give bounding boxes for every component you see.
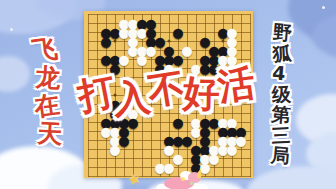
white-stone: ● bbox=[138, 55, 147, 64]
sparkle-icon bbox=[10, 28, 13, 31]
caption-char: 在 bbox=[33, 90, 62, 120]
left-caption-text: 飞龙在天 bbox=[32, 36, 61, 148]
cloud-bottom-right bbox=[246, 166, 336, 189]
caption-char: 龙 bbox=[35, 63, 61, 91]
cloud-left bbox=[0, 56, 30, 92]
caption-char: 三 bbox=[271, 124, 291, 145]
white-stone: ● bbox=[111, 145, 120, 154]
caption-char: 天 bbox=[37, 119, 63, 147]
caption-char: 4 bbox=[272, 62, 293, 84]
white-stone: ● bbox=[228, 145, 237, 154]
black-stone: ● bbox=[174, 118, 183, 127]
caption-char: 狐 bbox=[272, 42, 292, 63]
sparkle-icon bbox=[197, 174, 201, 178]
sparkle-icon bbox=[322, 6, 325, 9]
caption-char: 不 bbox=[144, 63, 186, 118]
black-stone: ● bbox=[102, 37, 111, 46]
white-stone: ● bbox=[165, 163, 174, 172]
caption-char: 活 bbox=[215, 58, 257, 112]
right-caption-text: 野狐4级第三局 bbox=[271, 22, 293, 166]
sparkle-icon bbox=[190, 182, 193, 185]
caption-char: 局 bbox=[270, 144, 291, 166]
caption-char: 第 bbox=[271, 103, 292, 125]
video-thumbnail: ●●●●●●●●●●●●●●●●●●●●●●●●●●●●●●●●●●●●●●●●… bbox=[0, 0, 336, 189]
black-stone: ● bbox=[174, 28, 183, 37]
caption-char: 飞 bbox=[31, 34, 60, 64]
caption-char: 好 bbox=[182, 69, 218, 120]
caption-char: 级 bbox=[271, 83, 291, 104]
caption-char: 野 bbox=[272, 21, 293, 43]
main-title-text: 打入不好活 bbox=[77, 59, 254, 118]
sparkle-icon bbox=[181, 177, 185, 181]
caption-char: 入 bbox=[112, 72, 151, 125]
